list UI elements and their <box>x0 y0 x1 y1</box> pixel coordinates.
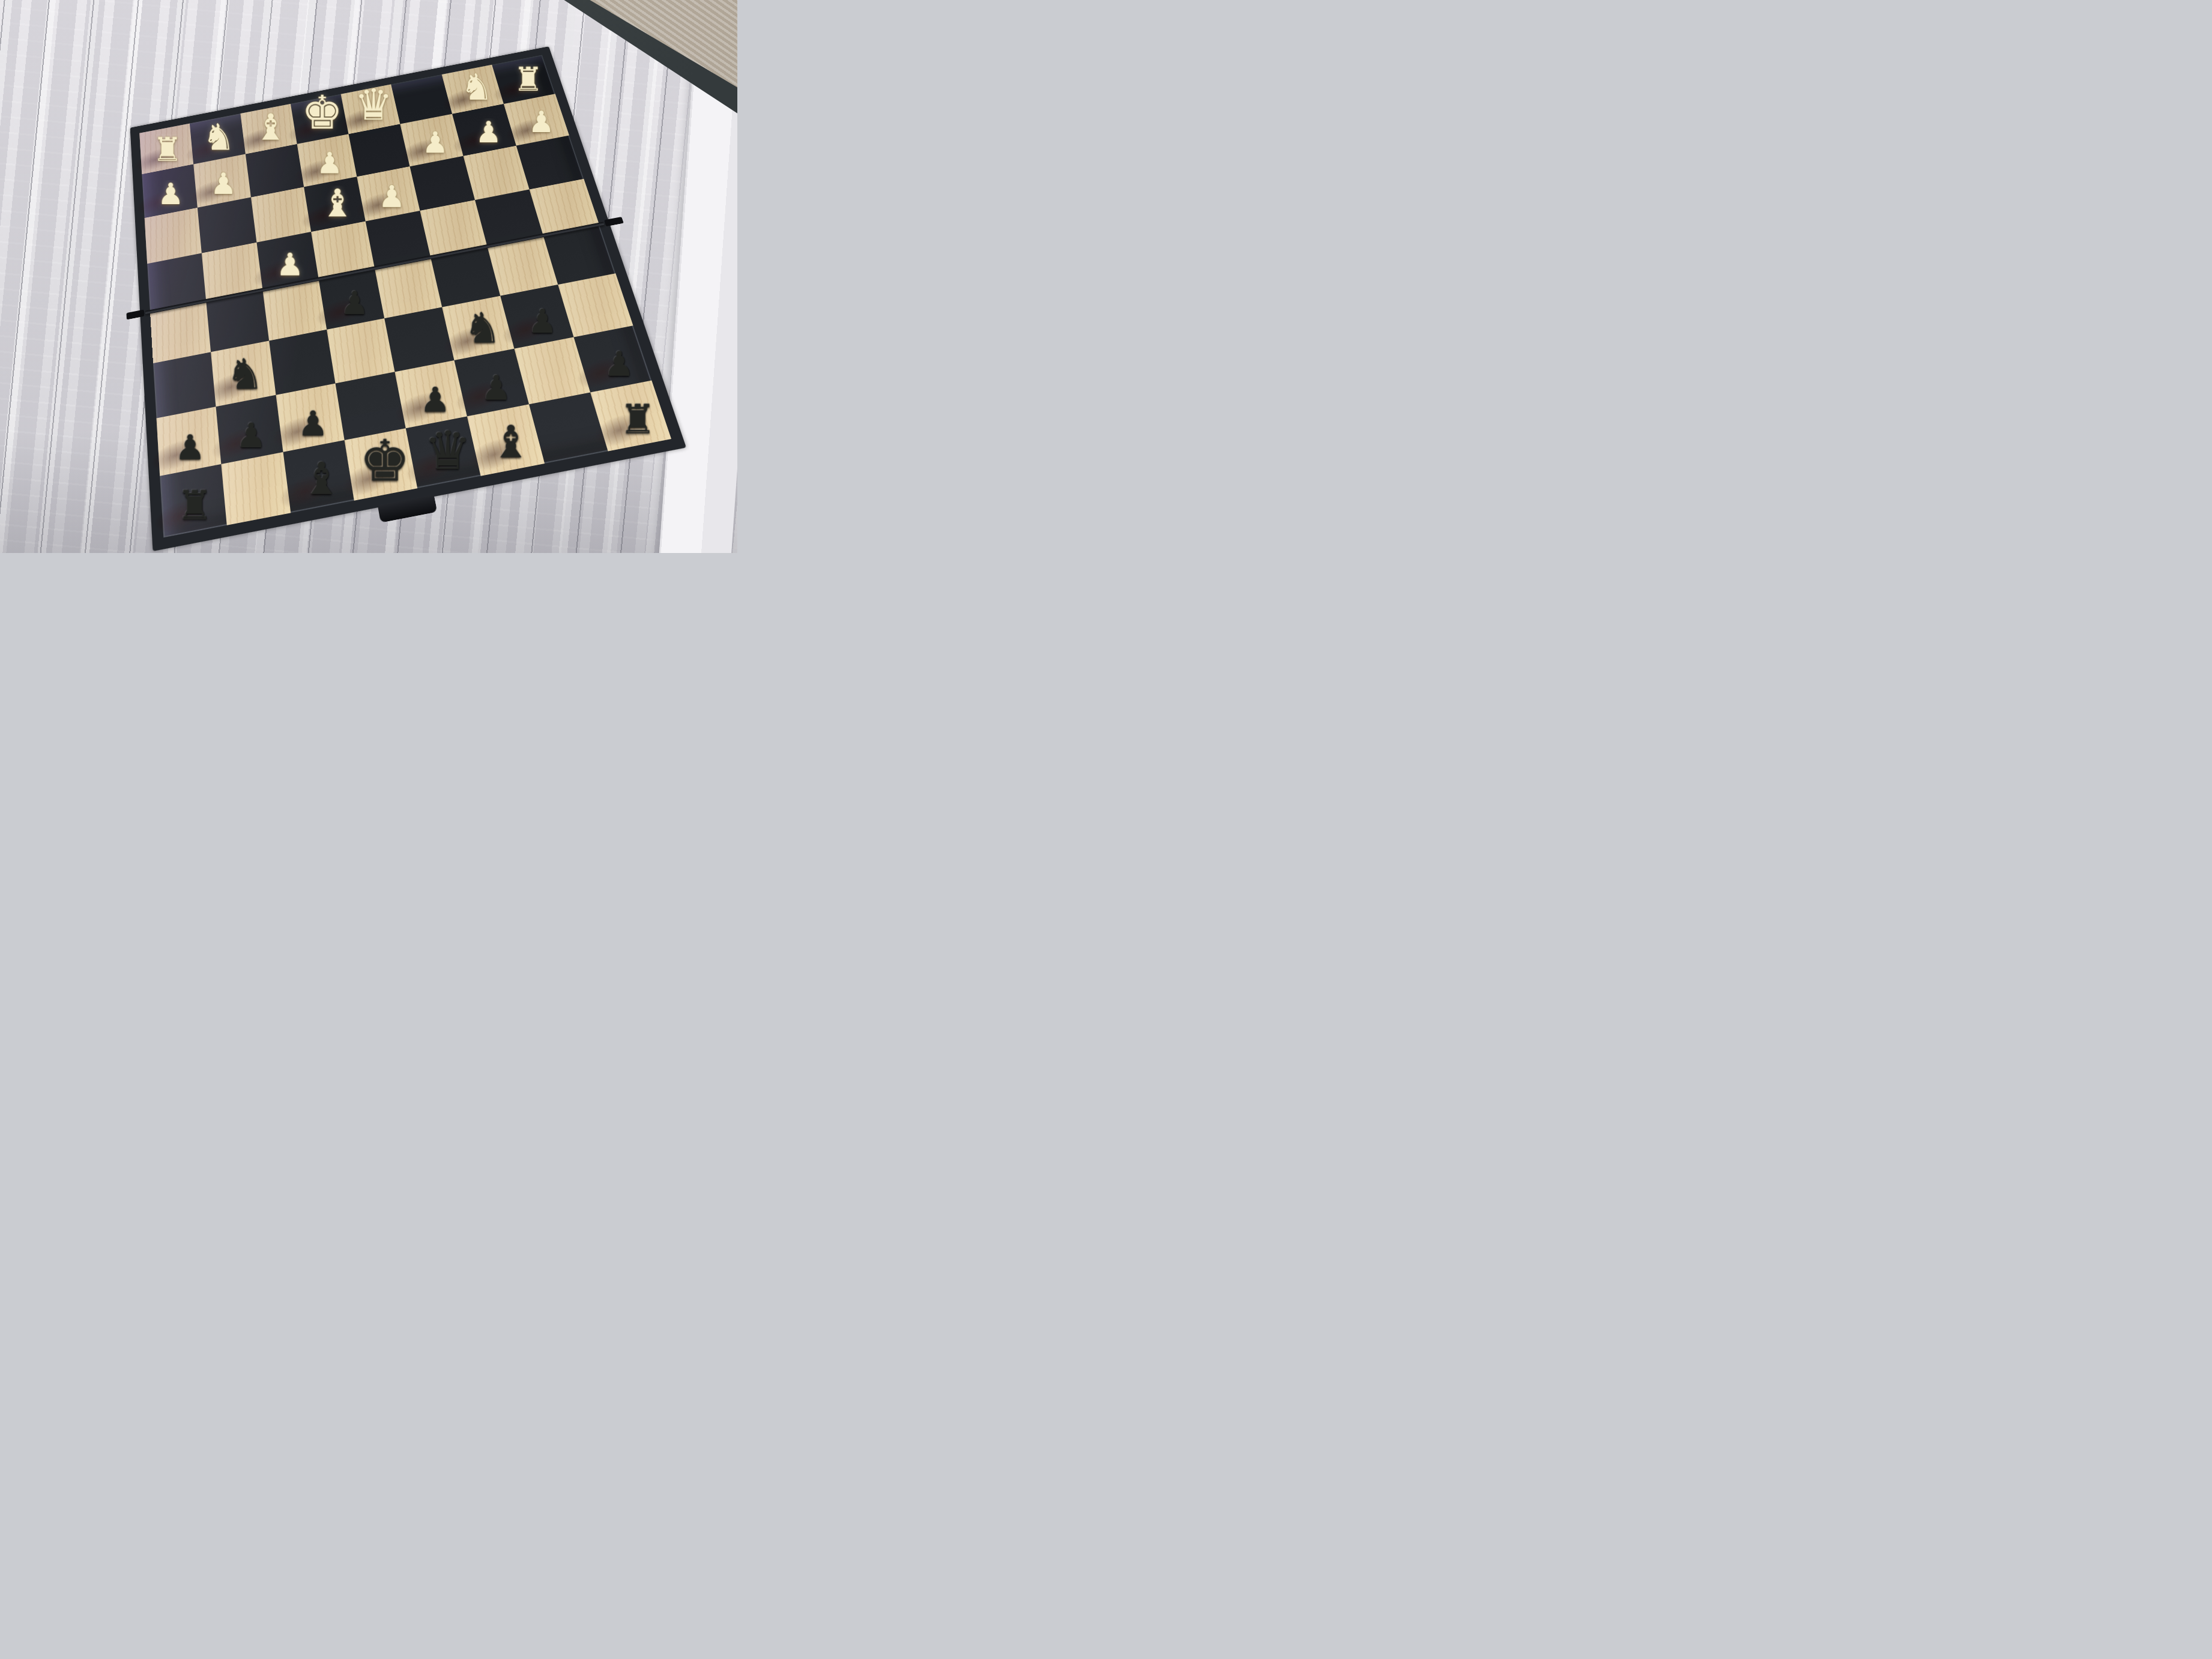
piece-white-pawn-a2[interactable]: ♟ <box>514 108 568 136</box>
piece-white-queen-d1[interactable]: ♛ <box>347 84 399 125</box>
square-h5[interactable] <box>150 301 211 364</box>
piece-black-queen-d8[interactable]: ♛ <box>416 426 480 476</box>
piece-black-rook-a8[interactable]: ♜ <box>605 400 669 439</box>
piece-black-knight-c6[interactable]: ♞ <box>453 309 513 349</box>
piece-black-bishop-c8[interactable]: ♝ <box>479 422 543 464</box>
piece-white-pawn-c2[interactable]: ♟ <box>408 128 462 157</box>
square-h4[interactable] <box>147 253 206 312</box>
square-a7[interactable]: ♟ <box>573 325 651 393</box>
piece-black-pawn-e5[interactable]: ♟ <box>325 288 384 319</box>
square-e8[interactable]: ♚ <box>344 428 417 501</box>
square-g3[interactable] <box>198 197 256 253</box>
piece-white-king-e1[interactable]: ♚ <box>296 91 348 135</box>
piece-white-pawn-b2[interactable]: ♟ <box>461 118 515 147</box>
piece-white-pawn-d3[interactable]: ♟ <box>364 183 419 211</box>
piece-black-knight-g6[interactable]: ♞ <box>215 355 276 395</box>
piece-black-pawn-h7[interactable]: ♟ <box>159 432 222 464</box>
piece-white-bishop-e3[interactable]: ♝ <box>310 186 365 222</box>
piece-black-pawn-g7[interactable]: ♟ <box>220 420 283 452</box>
square-a8[interactable]: ♜ <box>590 380 671 451</box>
piece-white-bishop-f1[interactable]: ♝ <box>244 110 297 145</box>
piece-black-rook-h8[interactable]: ♜ <box>163 486 227 525</box>
square-f8[interactable]: ♝ <box>283 440 354 513</box>
piece-white-rook-h1[interactable]: ♜ <box>141 134 193 165</box>
square-h8[interactable]: ♜ <box>160 464 227 538</box>
piece-white-pawn-f4[interactable]: ♟ <box>261 250 318 280</box>
square-f5[interactable] <box>262 279 327 341</box>
piece-white-knight-g1[interactable]: ♞ <box>193 121 245 156</box>
square-g8[interactable] <box>222 452 291 525</box>
square-f3[interactable] <box>250 187 310 243</box>
piece-black-pawn-a7[interactable]: ♟ <box>588 348 650 381</box>
piece-black-king-e8[interactable]: ♚ <box>352 434 417 488</box>
piece-black-bishop-f8[interactable]: ♝ <box>289 458 353 501</box>
piece-white-pawn-e2[interactable]: ♟ <box>303 150 357 178</box>
piece-black-pawn-f7[interactable]: ♟ <box>282 408 344 440</box>
square-e4[interactable] <box>311 221 375 279</box>
piece-white-pawn-g2[interactable]: ♟ <box>197 170 251 198</box>
piece-white-rook-a1[interactable]: ♜ <box>502 64 554 95</box>
piece-white-pawn-h2[interactable]: ♟ <box>144 180 198 208</box>
square-g6[interactable]: ♞ <box>211 341 276 406</box>
photo-stage: ♜♞♝♚♛♞♜♟♟♟♟♟♟♝♟♟♟♞♞♟♟♟♟♟♟♟♜♝♚♛♝♜ <box>0 0 737 553</box>
piece-black-pawn-c7[interactable]: ♟ <box>465 372 528 405</box>
piece-black-pawn-b6[interactable]: ♟ <box>512 306 573 337</box>
piece-white-knight-b1[interactable]: ♞ <box>450 70 503 105</box>
piece-black-pawn-d7[interactable]: ♟ <box>404 384 467 416</box>
